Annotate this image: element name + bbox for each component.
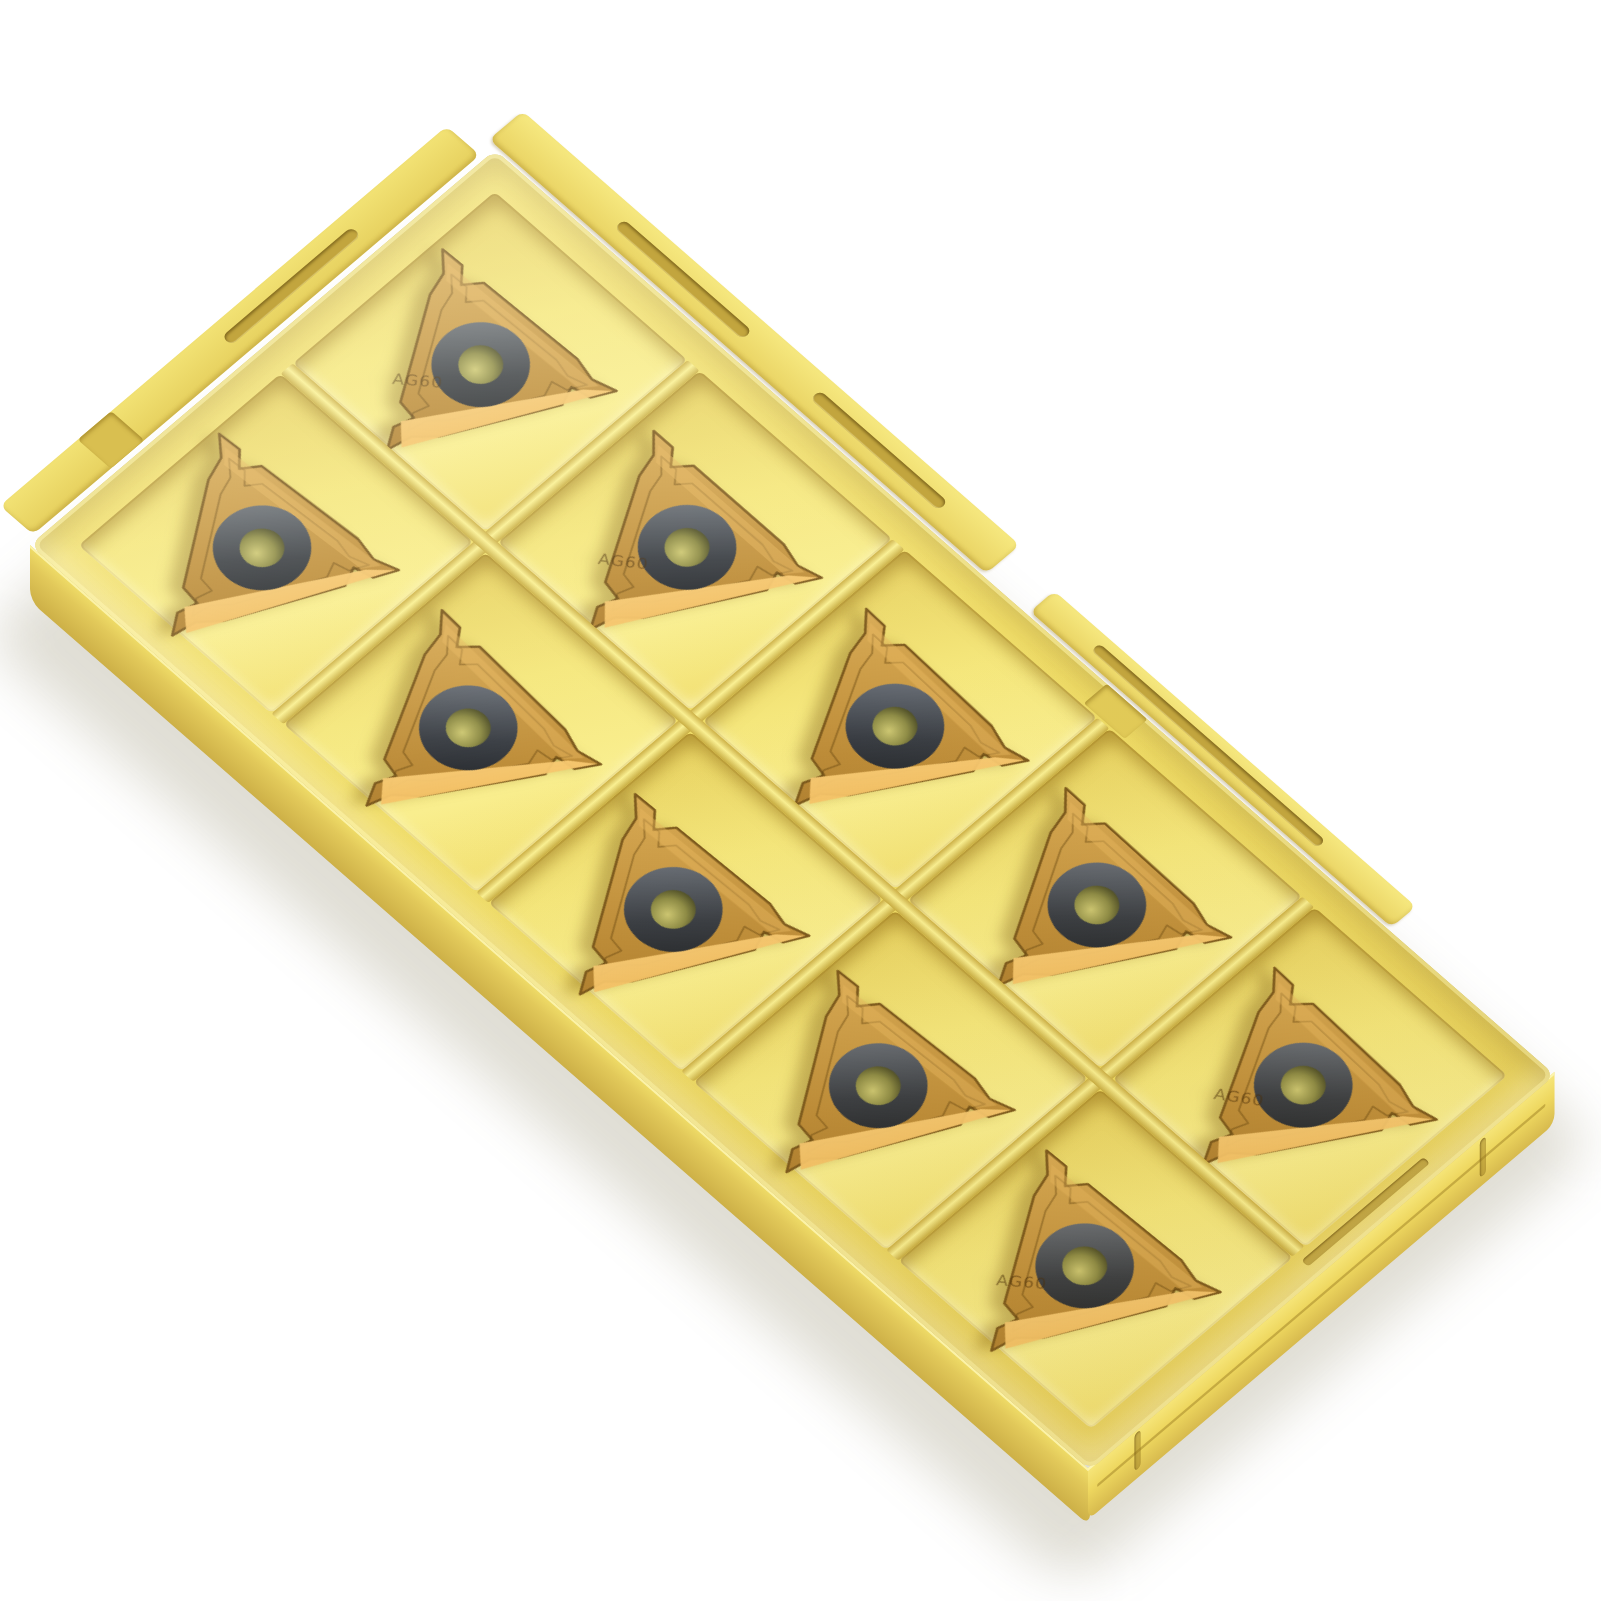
wall-groove (1135, 1429, 1141, 1471)
insert-marking: AG60 (392, 370, 445, 392)
insert-marking: AG60 (996, 1271, 1049, 1293)
product-photo-scene: AG60 AG60 AG60 (0, 0, 1601, 1601)
wall-groove (1480, 1136, 1486, 1178)
